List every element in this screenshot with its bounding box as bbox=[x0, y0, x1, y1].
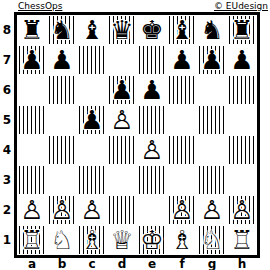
white-bishop-c1: ♗ bbox=[77, 225, 107, 255]
square-d2 bbox=[107, 195, 137, 225]
black-pawn-f7: ♟ bbox=[167, 45, 197, 75]
square-e6: ♟ bbox=[137, 75, 167, 105]
black-pawn-a7: ♟ bbox=[17, 45, 47, 75]
white-rook-a1: ♖ bbox=[17, 225, 47, 255]
white-knight-b1: ♘ bbox=[47, 225, 77, 255]
square-d1: ♕ bbox=[107, 225, 137, 255]
chess-board: ♜♞♝♛♚♝♞♜♟♟♟♟♟♟♟♟♙♙♙♙♙♙♙♙♖♘♗♕♔♗♘♖ bbox=[14, 12, 260, 258]
square-g3 bbox=[197, 165, 227, 195]
square-e8: ♚ bbox=[137, 15, 167, 45]
square-b4 bbox=[47, 135, 77, 165]
eudesign-copyright-link[interactable]: © EUdesign bbox=[214, 1, 268, 11]
square-a6 bbox=[17, 75, 47, 105]
square-h5 bbox=[227, 105, 257, 135]
white-pawn-b2: ♙ bbox=[47, 195, 77, 225]
white-pawn-a2: ♙ bbox=[17, 195, 47, 225]
black-rook-a8: ♜ bbox=[17, 15, 47, 45]
square-g6 bbox=[197, 75, 227, 105]
square-f6 bbox=[167, 75, 197, 105]
square-b5 bbox=[47, 105, 77, 135]
file-labels: abcdefgh bbox=[14, 258, 260, 270]
square-a1: ♖ bbox=[17, 225, 47, 255]
square-c5: ♟ bbox=[77, 105, 107, 135]
square-c8: ♝ bbox=[77, 15, 107, 45]
square-c7 bbox=[77, 45, 107, 75]
white-pawn-f2: ♙ bbox=[167, 195, 197, 225]
square-h8: ♜ bbox=[227, 15, 257, 45]
square-b8: ♞ bbox=[47, 15, 77, 45]
square-c3 bbox=[77, 165, 107, 195]
white-pawn-h2: ♙ bbox=[227, 195, 257, 225]
file-label-a: a bbox=[17, 258, 47, 270]
square-c1: ♗ bbox=[77, 225, 107, 255]
black-pawn-h7: ♟ bbox=[227, 45, 257, 75]
file-label-d: d bbox=[107, 258, 137, 270]
white-queen-d1: ♕ bbox=[107, 225, 137, 255]
square-d6: ♟ bbox=[107, 75, 137, 105]
square-c4 bbox=[77, 135, 107, 165]
file-label-b: b bbox=[47, 258, 77, 270]
black-knight-g8: ♞ bbox=[197, 15, 227, 45]
square-d4 bbox=[107, 135, 137, 165]
black-pawn-b7: ♟ bbox=[47, 45, 77, 75]
rank-label-2: 2 bbox=[0, 195, 14, 225]
rank-label-4: 4 bbox=[0, 135, 14, 165]
square-a2: ♙ bbox=[17, 195, 47, 225]
rank-labels: 87654321 bbox=[0, 12, 14, 258]
square-h1: ♖ bbox=[227, 225, 257, 255]
black-bishop-c8: ♝ bbox=[77, 15, 107, 45]
square-e4: ♙ bbox=[137, 135, 167, 165]
white-bishop-f1: ♗ bbox=[167, 225, 197, 255]
square-f8: ♝ bbox=[167, 15, 197, 45]
black-bishop-f8: ♝ bbox=[167, 15, 197, 45]
square-e5 bbox=[137, 105, 167, 135]
square-f5 bbox=[167, 105, 197, 135]
square-e7 bbox=[137, 45, 167, 75]
square-g1: ♘ bbox=[197, 225, 227, 255]
file-label-h: h bbox=[227, 258, 257, 270]
rank-label-7: 7 bbox=[0, 45, 14, 75]
rank-label-3: 3 bbox=[0, 165, 14, 195]
square-g8: ♞ bbox=[197, 15, 227, 45]
square-h6 bbox=[227, 75, 257, 105]
file-label-c: c bbox=[77, 258, 107, 270]
chessops-title-link[interactable]: ChessOps bbox=[18, 1, 62, 11]
square-b6 bbox=[47, 75, 77, 105]
black-pawn-c5: ♟ bbox=[77, 105, 107, 135]
square-g2: ♙ bbox=[197, 195, 227, 225]
square-d7 bbox=[107, 45, 137, 75]
square-c2: ♙ bbox=[77, 195, 107, 225]
white-pawn-e4: ♙ bbox=[137, 135, 167, 165]
file-label-g: g bbox=[197, 258, 227, 270]
square-h4 bbox=[227, 135, 257, 165]
square-f1: ♗ bbox=[167, 225, 197, 255]
square-a8: ♜ bbox=[17, 15, 47, 45]
square-e1: ♔ bbox=[137, 225, 167, 255]
square-b7: ♟ bbox=[47, 45, 77, 75]
white-rook-h1: ♖ bbox=[227, 225, 257, 255]
board-area: 87654321 ♜♞♝♛♚♝♞♜♟♟♟♟♟♟♟♟♙♙♙♙♙♙♙♙♖♘♗♕♔♗♘… bbox=[0, 12, 270, 270]
black-king-e8: ♚ bbox=[137, 15, 167, 45]
square-h7: ♟ bbox=[227, 45, 257, 75]
square-a3 bbox=[17, 165, 47, 195]
square-g5 bbox=[197, 105, 227, 135]
square-a7: ♟ bbox=[17, 45, 47, 75]
square-f4 bbox=[167, 135, 197, 165]
white-pawn-c2: ♙ bbox=[77, 195, 107, 225]
rank-label-6: 6 bbox=[0, 75, 14, 105]
square-h3 bbox=[227, 165, 257, 195]
square-d5: ♙ bbox=[107, 105, 137, 135]
chess-diagram-page: ChessOps © EUdesign 87654321 ♜♞♝♛♚♝♞♜♟♟♟… bbox=[0, 0, 270, 270]
square-f7: ♟ bbox=[167, 45, 197, 75]
file-label-f: f bbox=[167, 258, 197, 270]
square-f3 bbox=[167, 165, 197, 195]
white-pawn-d5: ♙ bbox=[107, 105, 137, 135]
white-knight-g1: ♘ bbox=[197, 225, 227, 255]
square-d3 bbox=[107, 165, 137, 195]
square-a4 bbox=[17, 135, 47, 165]
black-queen-d8: ♛ bbox=[107, 15, 137, 45]
square-b3 bbox=[47, 165, 77, 195]
white-pawn-g2: ♙ bbox=[197, 195, 227, 225]
black-pawn-e6: ♟ bbox=[137, 75, 167, 105]
white-king-e1: ♔ bbox=[137, 225, 167, 255]
black-pawn-g7: ♟ bbox=[197, 45, 227, 75]
square-g4 bbox=[197, 135, 227, 165]
rank-label-1: 1 bbox=[0, 225, 14, 255]
square-b1: ♘ bbox=[47, 225, 77, 255]
header-bar: ChessOps © EUdesign bbox=[0, 0, 270, 12]
square-e2 bbox=[137, 195, 167, 225]
square-g7: ♟ bbox=[197, 45, 227, 75]
square-f2: ♙ bbox=[167, 195, 197, 225]
black-knight-b8: ♞ bbox=[47, 15, 77, 45]
square-e3 bbox=[137, 165, 167, 195]
rank-label-5: 5 bbox=[0, 105, 14, 135]
rank-label-8: 8 bbox=[0, 15, 14, 45]
square-b2: ♙ bbox=[47, 195, 77, 225]
square-d8: ♛ bbox=[107, 15, 137, 45]
black-rook-h8: ♜ bbox=[227, 15, 257, 45]
file-label-e: e bbox=[137, 258, 167, 270]
square-c6 bbox=[77, 75, 107, 105]
black-pawn-d6: ♟ bbox=[107, 75, 137, 105]
square-h2: ♙ bbox=[227, 195, 257, 225]
square-a5 bbox=[17, 105, 47, 135]
